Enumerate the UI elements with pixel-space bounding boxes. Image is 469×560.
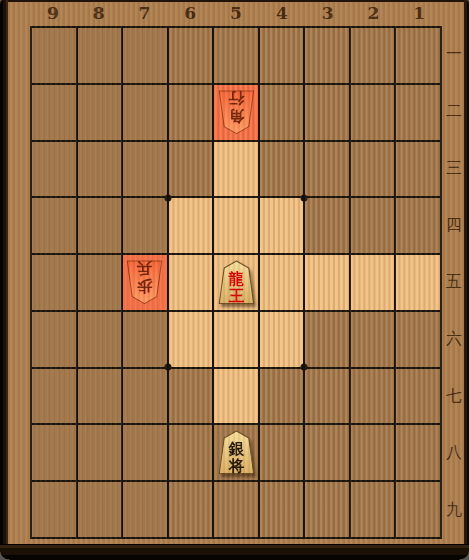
piece-kanji-1: 銀: [227, 440, 244, 458]
square-4c[interactable]: [260, 142, 304, 197]
square-8f[interactable]: [78, 312, 122, 367]
square-7d[interactable]: [123, 198, 167, 253]
square-3h[interactable]: [305, 425, 349, 480]
square-2e[interactable]: [351, 255, 395, 310]
square-1b[interactable]: [396, 85, 440, 140]
square-3i[interactable]: [305, 482, 349, 537]
rank-coordinates: 一二三四五六七八九: [443, 26, 465, 539]
file-label-3: 3: [305, 2, 351, 26]
square-3b[interactable]: [305, 85, 349, 140]
square-3e[interactable]: [305, 255, 349, 310]
square-6e[interactable]: [169, 255, 213, 310]
piece-kanji-2: 兵: [137, 259, 154, 277]
file-label-4: 4: [259, 2, 305, 26]
square-4g[interactable]: [260, 369, 304, 424]
square-4a[interactable]: [260, 28, 304, 83]
square-5a[interactable]: [214, 28, 258, 83]
square-7c[interactable]: [123, 142, 167, 197]
square-6c[interactable]: [169, 142, 213, 197]
square-4d[interactable]: [260, 198, 304, 253]
board-frame-left: [0, 0, 8, 560]
rank-label-3: 三: [443, 140, 465, 197]
rank-label-2: 二: [443, 83, 465, 140]
square-7e[interactable]: 歩兵: [123, 255, 167, 310]
file-label-8: 8: [76, 2, 122, 26]
square-9b[interactable]: [32, 85, 76, 140]
square-1g[interactable]: [396, 369, 440, 424]
rank-label-7: 七: [443, 368, 465, 425]
square-2b[interactable]: [351, 85, 395, 140]
square-9h[interactable]: [32, 425, 76, 480]
square-2i[interactable]: [351, 482, 395, 537]
file-label-7: 7: [122, 2, 168, 26]
sente-dragon-king-piece[interactable]: 龍王: [216, 253, 257, 312]
board-grid: 角行歩兵龍王銀将: [30, 26, 442, 539]
square-1i[interactable]: [396, 482, 440, 537]
square-1d[interactable]: [396, 198, 440, 253]
rank-label-9: 九: [443, 482, 465, 539]
piece-kanji-2: 将: [227, 457, 244, 475]
square-9f[interactable]: [32, 312, 76, 367]
square-6d[interactable]: [169, 198, 213, 253]
gote-bishop-piece[interactable]: 角行: [216, 83, 257, 142]
piece-kanji-1: 角: [228, 106, 245, 124]
square-1a[interactable]: [396, 28, 440, 83]
square-8h[interactable]: [78, 425, 122, 480]
square-5e[interactable]: 龍王: [214, 255, 258, 310]
square-5c[interactable]: [214, 142, 258, 197]
square-6b[interactable]: [169, 85, 213, 140]
square-5f[interactable]: [214, 312, 258, 367]
square-5d[interactable]: [214, 198, 258, 253]
board-frame-right: [464, 0, 469, 560]
square-6g[interactable]: [169, 369, 213, 424]
square-8b[interactable]: [78, 85, 122, 140]
square-2f[interactable]: [351, 312, 395, 367]
gote-pawn-piece[interactable]: 歩兵: [124, 253, 165, 312]
star-point: [300, 194, 307, 201]
square-3d[interactable]: [305, 198, 349, 253]
star-point: [300, 364, 307, 371]
piece-kanji-1: 龍: [227, 270, 244, 288]
square-8c[interactable]: [78, 142, 122, 197]
square-9g[interactable]: [32, 369, 76, 424]
square-5g[interactable]: [214, 369, 258, 424]
square-3f[interactable]: [305, 312, 349, 367]
shogi-board: 987654321 一二三四五六七八九 角行歩兵龍王銀将: [0, 0, 469, 560]
square-8i[interactable]: [78, 482, 122, 537]
square-6i[interactable]: [169, 482, 213, 537]
rank-label-8: 八: [443, 425, 465, 482]
square-7i[interactable]: [123, 482, 167, 537]
square-9d[interactable]: [32, 198, 76, 253]
square-1h[interactable]: [396, 425, 440, 480]
square-2h[interactable]: [351, 425, 395, 480]
star-point: [164, 194, 171, 201]
square-9c[interactable]: [32, 142, 76, 197]
square-9e[interactable]: [32, 255, 76, 310]
square-7a[interactable]: [123, 28, 167, 83]
square-2c[interactable]: [351, 142, 395, 197]
square-3g[interactable]: [305, 369, 349, 424]
square-7g[interactable]: [123, 369, 167, 424]
square-8e[interactable]: [78, 255, 122, 310]
square-2a[interactable]: [351, 28, 395, 83]
square-9a[interactable]: [32, 28, 76, 83]
square-1c[interactable]: [396, 142, 440, 197]
square-5i[interactable]: [214, 482, 258, 537]
rank-label-5: 五: [443, 254, 465, 311]
square-4h[interactable]: [260, 425, 304, 480]
rank-label-6: 六: [443, 311, 465, 368]
square-5h[interactable]: 銀将: [214, 425, 258, 480]
square-5b[interactable]: 角行: [214, 85, 258, 140]
rank-label-4: 四: [443, 197, 465, 254]
square-2g[interactable]: [351, 369, 395, 424]
sente-silver-piece[interactable]: 銀将: [216, 423, 257, 482]
square-1f[interactable]: [396, 312, 440, 367]
board-frame-bottom: [0, 544, 469, 560]
square-7b[interactable]: [123, 85, 167, 140]
square-3a[interactable]: [305, 28, 349, 83]
square-2d[interactable]: [351, 198, 395, 253]
square-4b[interactable]: [260, 85, 304, 140]
file-label-9: 9: [30, 2, 76, 26]
square-6f[interactable]: [169, 312, 213, 367]
square-1e[interactable]: [396, 255, 440, 310]
board-frame-top: [0, 0, 469, 2]
rank-label-1: 一: [443, 26, 465, 83]
file-label-1: 1: [396, 2, 442, 26]
star-point: [164, 364, 171, 371]
square-4e[interactable]: [260, 255, 304, 310]
piece-kanji-2: 王: [227, 287, 244, 305]
piece-kanji-1: 歩: [137, 277, 154, 295]
square-4f[interactable]: [260, 312, 304, 367]
square-8d[interactable]: [78, 198, 122, 253]
square-7f[interactable]: [123, 312, 167, 367]
square-3c[interactable]: [305, 142, 349, 197]
square-6h[interactable]: [169, 425, 213, 480]
square-8a[interactable]: [78, 28, 122, 83]
square-4i[interactable]: [260, 482, 304, 537]
square-6a[interactable]: [169, 28, 213, 83]
square-8g[interactable]: [78, 369, 122, 424]
file-label-6: 6: [167, 2, 213, 26]
file-coordinates: 987654321: [30, 2, 442, 26]
square-7h[interactable]: [123, 425, 167, 480]
square-9i[interactable]: [32, 482, 76, 537]
file-label-2: 2: [350, 2, 396, 26]
file-label-5: 5: [213, 2, 259, 26]
piece-kanji-2: 行: [228, 89, 245, 107]
